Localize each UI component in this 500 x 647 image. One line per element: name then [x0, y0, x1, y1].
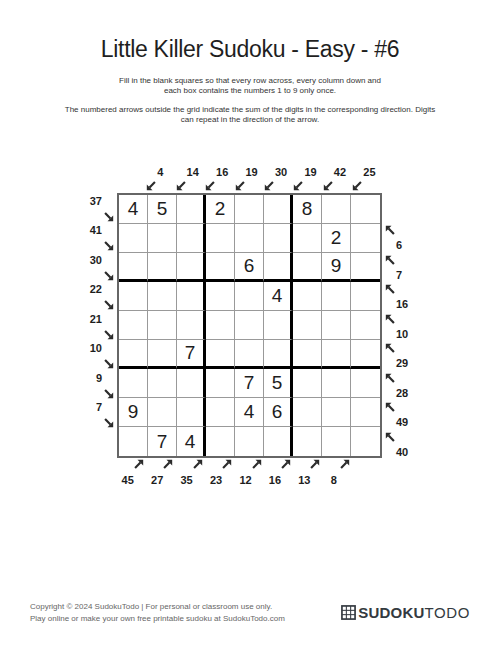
- clue-top-c6: 30: [264, 167, 292, 191]
- cell-r1c2: 5: [148, 195, 177, 224]
- cell-r1c7: 8: [293, 195, 322, 224]
- cell-r2c1[interactable]: [119, 224, 148, 253]
- clue-value: 45: [117, 475, 139, 486]
- cell-r6c8[interactable]: [322, 340, 351, 369]
- cell-r6c9[interactable]: [351, 340, 380, 369]
- clue-value: 13: [293, 475, 315, 486]
- clue-left-r7: 9: [86, 373, 114, 399]
- arrow-down-right-icon: [104, 359, 114, 369]
- arrow-up-right-icon: [222, 459, 232, 469]
- arrow-down-left-icon: [235, 181, 245, 191]
- clue-left-r5: 21: [86, 314, 114, 340]
- instructions-basic: Fill in the blank squares so that every …: [0, 76, 500, 96]
- cell-r3c4[interactable]: [206, 253, 235, 282]
- arrow-down-right-icon: [104, 300, 114, 310]
- clue-value: 16: [216, 167, 228, 178]
- cell-r3c6[interactable]: [264, 253, 293, 282]
- arrow-down-left-icon: [176, 181, 186, 191]
- arrow-down-right-icon: [104, 212, 114, 222]
- cell-r9c2: 7: [148, 427, 177, 456]
- cell-r7c9[interactable]: [351, 369, 380, 398]
- sudoku-grid-icon: [341, 605, 356, 620]
- cell-r9c8[interactable]: [322, 427, 351, 456]
- clue-value: 25: [363, 167, 375, 178]
- cell-r9c6[interactable]: [264, 427, 293, 456]
- cell-r9c3: 4: [177, 427, 206, 456]
- cell-r8c3[interactable]: [177, 398, 206, 427]
- cell-r2c5[interactable]: [235, 224, 264, 253]
- clue-value: 4: [157, 167, 163, 178]
- cell-r8c4[interactable]: [206, 398, 235, 427]
- footer-line1: Copyright © 2024 SudokuTodo | For person…: [30, 601, 285, 613]
- cell-r1c3[interactable]: [177, 195, 206, 224]
- cell-r5c9[interactable]: [351, 311, 380, 340]
- clue-left-r1: 37: [86, 196, 114, 222]
- cell-r8c1: 9: [119, 398, 148, 427]
- cell-r5c1[interactable]: [119, 311, 148, 340]
- arrow-up-left-icon: [385, 373, 395, 383]
- arrow-down-right-icon: [104, 389, 114, 399]
- arrow-down-left-icon: [352, 181, 362, 191]
- clue-right-r3: 7: [385, 255, 415, 281]
- clue-value: 10: [86, 343, 102, 354]
- clue-value: 30: [275, 167, 287, 178]
- cell-r1c9[interactable]: [351, 195, 380, 224]
- instructions-littlekiller-line1: The numbered arrows outside the grid ind…: [0, 105, 500, 115]
- clue-value: 42: [334, 167, 346, 178]
- clue-left-r8: 7: [86, 402, 114, 428]
- instructions-littlekiller: The numbered arrows outside the grid ind…: [0, 105, 500, 125]
- arrow-up-left-icon: [385, 255, 395, 265]
- clue-right-r6: 29: [385, 343, 415, 369]
- clue-left-r3: 30: [86, 255, 114, 281]
- cell-r1c6[interactable]: [264, 195, 293, 224]
- cell-r7c8[interactable]: [322, 369, 351, 398]
- cell-r3c5: 6: [235, 253, 264, 282]
- cell-r3c1[interactable]: [119, 253, 148, 282]
- arrow-up-right-icon: [340, 459, 350, 469]
- cell-r4c6: 4: [264, 282, 293, 311]
- clue-value: 10: [396, 329, 408, 340]
- clue-top-c8: 42: [323, 167, 351, 191]
- clue-left-r2: 41: [86, 225, 114, 251]
- clue-value: 28: [396, 388, 408, 399]
- cell-r8c5: 4: [235, 398, 264, 427]
- cell-r5c8[interactable]: [322, 311, 351, 340]
- cell-r2c7[interactable]: [293, 224, 322, 253]
- clue-bottom-c7: 13: [293, 459, 323, 486]
- clue-right-r7: 28: [385, 373, 415, 399]
- cell-r6c3: 7: [177, 340, 206, 369]
- arrow-up-right-icon: [252, 459, 262, 469]
- cell-r1c5[interactable]: [235, 195, 264, 224]
- arrow-up-left-icon: [385, 432, 395, 442]
- cell-r5c2[interactable]: [148, 311, 177, 340]
- clue-value: 27: [146, 475, 168, 486]
- clue-value: 9: [86, 373, 102, 384]
- clue-value: 14: [187, 167, 199, 178]
- arrow-down-right-icon: [104, 271, 114, 281]
- cell-r3c2[interactable]: [148, 253, 177, 282]
- cell-r1c8[interactable]: [322, 195, 351, 224]
- cell-r2c6[interactable]: [264, 224, 293, 253]
- cell-r5c3[interactable]: [177, 311, 206, 340]
- cell-r9c5[interactable]: [235, 427, 264, 456]
- cell-r3c8: 9: [322, 253, 351, 282]
- clue-value: 6: [396, 240, 402, 251]
- cell-r2c3[interactable]: [177, 224, 206, 253]
- clue-bottom-c5: 12: [235, 459, 265, 486]
- arrow-up-left-icon: [385, 225, 395, 235]
- cell-r8c9[interactable]: [351, 398, 380, 427]
- cell-r7c3[interactable]: [177, 369, 206, 398]
- cell-r9c7[interactable]: [293, 427, 322, 456]
- clue-value: 41: [86, 225, 102, 236]
- cell-r9c1[interactable]: [119, 427, 148, 456]
- clue-value: 21: [86, 314, 102, 325]
- clue-right-r4: 16: [385, 284, 415, 310]
- logo-text-todo: TODO: [425, 604, 470, 621]
- clue-top-c5: 19: [235, 167, 263, 191]
- clue-value: 35: [176, 475, 198, 486]
- cell-r6c5[interactable]: [235, 340, 264, 369]
- arrow-down-right-icon: [104, 418, 114, 428]
- clue-bottom-c8: 8: [323, 459, 353, 486]
- sudoku-grid: 4528269477594674: [117, 193, 382, 458]
- clue-bottom-c1: 45: [117, 459, 147, 486]
- cell-r6c1[interactable]: [119, 340, 148, 369]
- clue-right-r8: 49: [385, 402, 415, 428]
- arrow-up-right-icon: [281, 459, 291, 469]
- arrow-down-right-icon: [104, 330, 114, 340]
- clue-top-c3: 14: [176, 167, 204, 191]
- arrow-down-left-icon: [264, 181, 274, 191]
- cell-r8c6: 6: [264, 398, 293, 427]
- clue-value: 22: [86, 284, 102, 295]
- cell-r7c4[interactable]: [206, 369, 235, 398]
- arrow-up-left-icon: [385, 314, 395, 324]
- clue-value: 40: [396, 447, 408, 458]
- cell-r1c1: 4: [119, 195, 148, 224]
- arrow-up-right-icon: [163, 459, 173, 469]
- clue-value: 7: [86, 402, 102, 413]
- cell-r4c8[interactable]: [322, 282, 351, 311]
- cell-r9c9[interactable]: [351, 427, 380, 456]
- cell-r4c2[interactable]: [148, 282, 177, 311]
- cell-r2c8: 2: [322, 224, 351, 253]
- brand-logo: SUDOKU TODO: [341, 603, 470, 621]
- clue-bottom-c6: 16: [264, 459, 294, 486]
- clue-value: 23: [205, 475, 227, 486]
- clue-value: 29: [396, 358, 408, 369]
- cell-r6c6[interactable]: [264, 340, 293, 369]
- cell-r9c4[interactable]: [206, 427, 235, 456]
- cell-r4c1[interactable]: [119, 282, 148, 311]
- clue-top-c2: 4: [146, 167, 174, 191]
- clue-right-r5: 10: [385, 314, 415, 340]
- footer-line2: Play online or make your own free printa…: [30, 613, 285, 625]
- arrow-up-left-icon: [385, 284, 395, 294]
- clue-bottom-c3: 35: [176, 459, 206, 486]
- cell-r6c7[interactable]: [293, 340, 322, 369]
- clue-value: 16: [264, 475, 286, 486]
- clue-value: 37: [86, 196, 102, 207]
- clue-value: 16: [396, 299, 408, 310]
- instructions-littlekiller-line2: can repeat in the direction of the arrow…: [0, 115, 500, 125]
- cell-r8c7[interactable]: [293, 398, 322, 427]
- clue-top-c7: 19: [293, 167, 321, 191]
- cell-r4c4[interactable]: [206, 282, 235, 311]
- clue-value: 30: [86, 255, 102, 266]
- clue-bottom-c4: 23: [205, 459, 235, 486]
- clue-left-r6: 10: [86, 343, 114, 369]
- cell-r5c6[interactable]: [264, 311, 293, 340]
- cell-r7c2[interactable]: [148, 369, 177, 398]
- clue-right-r9: 40: [385, 432, 415, 458]
- clue-value: 8: [323, 475, 345, 486]
- clue-top-c9: 25: [352, 167, 380, 191]
- instructions-basic-line2: each box contains the numbers 1 to 9 onl…: [0, 86, 500, 96]
- arrow-up-right-icon: [193, 459, 203, 469]
- arrow-up-left-icon: [385, 343, 395, 353]
- cell-r7c7[interactable]: [293, 369, 322, 398]
- arrow-down-left-icon: [293, 181, 303, 191]
- cell-r1c4: 2: [206, 195, 235, 224]
- cell-r3c9[interactable]: [351, 253, 380, 282]
- instructions-basic-line1: Fill in the blank squares so that every …: [0, 76, 500, 86]
- clue-value: 19: [246, 167, 258, 178]
- arrow-down-right-icon: [104, 241, 114, 251]
- clue-right-r2: 6: [385, 225, 415, 251]
- cell-r6c4[interactable]: [206, 340, 235, 369]
- cell-r5c4[interactable]: [206, 311, 235, 340]
- cell-r2c4[interactable]: [206, 224, 235, 253]
- clue-value: 19: [304, 167, 316, 178]
- logo-text-sudoku: SUDOKU: [358, 604, 424, 621]
- cell-r7c1[interactable]: [119, 369, 148, 398]
- cell-r4c9[interactable]: [351, 282, 380, 311]
- clue-top-c4: 16: [205, 167, 233, 191]
- cell-r7c5: 7: [235, 369, 264, 398]
- arrow-down-left-icon: [146, 181, 156, 191]
- clue-left-r4: 22: [86, 284, 114, 310]
- cell-r3c3[interactable]: [177, 253, 206, 282]
- clue-value: 7: [396, 270, 402, 281]
- arrow-down-left-icon: [323, 181, 333, 191]
- cell-r2c2[interactable]: [148, 224, 177, 253]
- cell-r8c8[interactable]: [322, 398, 351, 427]
- cell-r4c5[interactable]: [235, 282, 264, 311]
- cell-r8c2[interactable]: [148, 398, 177, 427]
- arrow-down-left-icon: [205, 181, 215, 191]
- cell-r2c9[interactable]: [351, 224, 380, 253]
- arrow-up-left-icon: [385, 402, 395, 412]
- clue-value: 49: [396, 417, 408, 428]
- cell-r3c7[interactable]: [293, 253, 322, 282]
- cell-r4c7[interactable]: [293, 282, 322, 311]
- footer-copyright: Copyright © 2024 SudokuTodo | For person…: [30, 601, 285, 625]
- cell-r7c6: 5: [264, 369, 293, 398]
- cell-r5c7[interactable]: [293, 311, 322, 340]
- arrow-up-right-icon: [310, 459, 320, 469]
- page-title: Little Killer Sudoku - Easy - #6: [0, 36, 500, 63]
- cell-r4c3[interactable]: [177, 282, 206, 311]
- clue-value: 12: [235, 475, 257, 486]
- cell-r6c2[interactable]: [148, 340, 177, 369]
- clue-bottom-c2: 27: [146, 459, 176, 486]
- arrow-up-right-icon: [134, 459, 144, 469]
- cell-r5c5[interactable]: [235, 311, 264, 340]
